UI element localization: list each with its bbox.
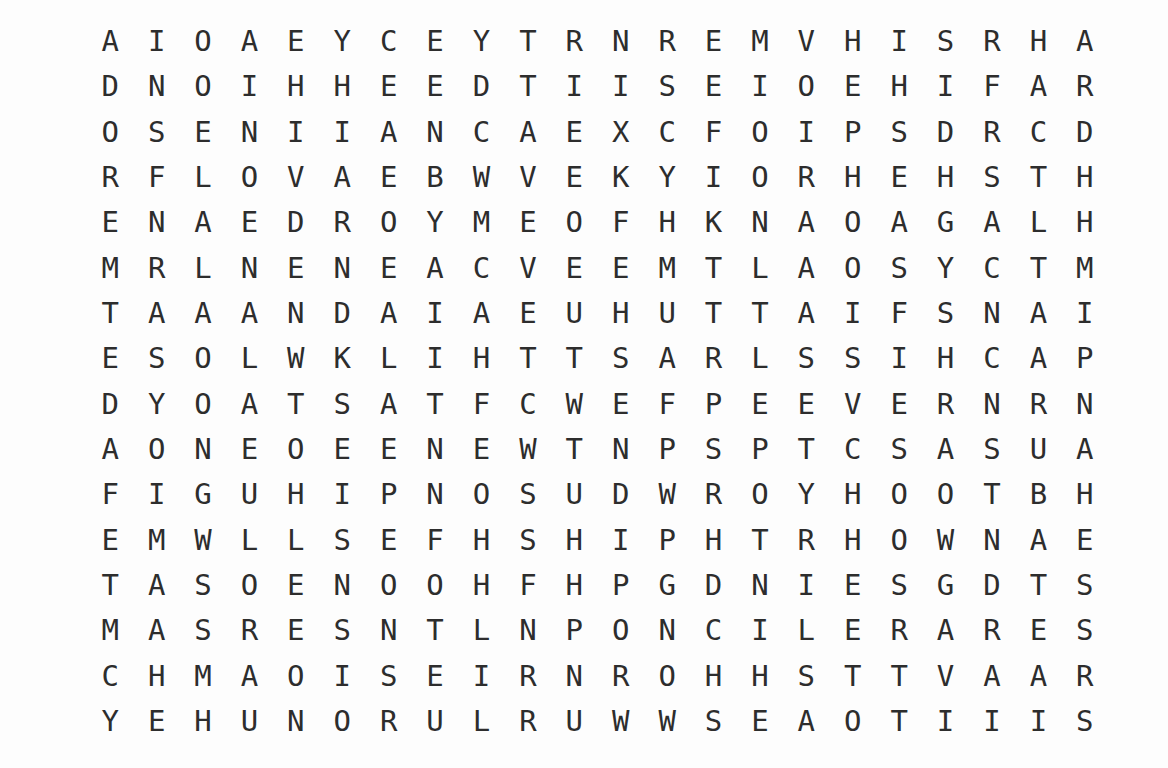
grid-cell-r9c7[interactable]: A xyxy=(365,382,411,427)
grid-cell-r4c18[interactable]: E xyxy=(876,155,922,200)
grid-cell-r8c21[interactable]: A xyxy=(1015,336,1061,381)
grid-cell-r5c12[interactable]: F xyxy=(598,200,644,245)
grid-cell-r15c7[interactable]: S xyxy=(365,653,411,698)
grid-cell-r3c21[interactable]: C xyxy=(1015,110,1061,155)
grid-cell-r1c5[interactable]: E xyxy=(273,19,319,64)
grid-cell-r10c17[interactable]: C xyxy=(830,427,876,472)
grid-cell-r5c22[interactable]: H xyxy=(1062,200,1108,245)
grid-cell-r9c3[interactable]: O xyxy=(180,382,226,427)
grid-cell-r16c12[interactable]: W xyxy=(598,699,644,744)
grid-cell-r15c19[interactable]: V xyxy=(922,653,968,698)
grid-cell-r3c12[interactable]: X xyxy=(598,110,644,155)
grid-cell-r5c5[interactable]: D xyxy=(273,200,319,245)
grid-cell-r4c3[interactable]: L xyxy=(180,155,226,200)
grid-cell-r10c22[interactable]: A xyxy=(1062,427,1108,472)
grid-cell-r2c17[interactable]: E xyxy=(830,64,876,109)
grid-cell-r1c1[interactable]: A xyxy=(87,19,133,64)
grid-cell-r1c8[interactable]: E xyxy=(412,19,458,64)
grid-cell-r7c21[interactable]: A xyxy=(1015,291,1061,336)
grid-cell-r16c9[interactable]: L xyxy=(458,699,504,744)
grid-cell-r5c21[interactable]: L xyxy=(1015,200,1061,245)
grid-cell-r10c10[interactable]: W xyxy=(505,427,551,472)
grid-cell-r8c10[interactable]: T xyxy=(505,336,551,381)
grid-cell-r15c11[interactable]: N xyxy=(551,653,597,698)
grid-cell-r1c11[interactable]: R xyxy=(551,19,597,64)
grid-cell-r3c17[interactable]: P xyxy=(830,110,876,155)
grid-cell-r13c7[interactable]: O xyxy=(365,563,411,608)
grid-cell-r8c16[interactable]: S xyxy=(783,336,829,381)
grid-cell-r11c16[interactable]: Y xyxy=(783,472,829,517)
grid-cell-r12c20[interactable]: N xyxy=(969,517,1015,562)
grid-cell-r9c19[interactable]: R xyxy=(922,382,968,427)
grid-cell-r1c21[interactable]: H xyxy=(1015,19,1061,64)
grid-cell-r6c1[interactable]: M xyxy=(87,246,133,291)
grid-cell-r4c12[interactable]: K xyxy=(598,155,644,200)
grid-cell-r3c7[interactable]: A xyxy=(365,110,411,155)
grid-cell-r12c2[interactable]: M xyxy=(133,517,179,562)
grid-cell-r11c8[interactable]: N xyxy=(412,472,458,517)
grid-cell-r15c8[interactable]: E xyxy=(412,653,458,698)
grid-cell-r16c14[interactable]: S xyxy=(690,699,736,744)
grid-cell-r15c10[interactable]: R xyxy=(505,653,551,698)
grid-cell-r8c8[interactable]: I xyxy=(412,336,458,381)
grid-cell-r3c15[interactable]: O xyxy=(737,110,783,155)
grid-cell-r2c1[interactable]: D xyxy=(87,64,133,109)
grid-cell-r3c16[interactable]: I xyxy=(783,110,829,155)
grid-cell-r7c8[interactable]: I xyxy=(412,291,458,336)
grid-cell-r4c8[interactable]: B xyxy=(412,155,458,200)
grid-cell-r6c22[interactable]: M xyxy=(1062,246,1108,291)
grid-cell-r11c19[interactable]: O xyxy=(922,472,968,517)
grid-cell-r16c5[interactable]: N xyxy=(273,699,319,744)
grid-cell-r16c4[interactable]: U xyxy=(226,699,272,744)
grid-cell-r3c9[interactable]: C xyxy=(458,110,504,155)
grid-cell-r5c7[interactable]: O xyxy=(365,200,411,245)
grid-cell-r1c18[interactable]: I xyxy=(876,19,922,64)
grid-cell-r6c18[interactable]: S xyxy=(876,246,922,291)
grid-cell-r12c3[interactable]: W xyxy=(180,517,226,562)
grid-cell-r9c21[interactable]: R xyxy=(1015,382,1061,427)
grid-cell-r15c2[interactable]: H xyxy=(133,653,179,698)
grid-cell-r10c9[interactable]: E xyxy=(458,427,504,472)
grid-cell-r8c14[interactable]: R xyxy=(690,336,736,381)
grid-cell-r13c2[interactable]: A xyxy=(133,563,179,608)
grid-cell-r14c5[interactable]: E xyxy=(273,608,319,653)
grid-cell-r2c4[interactable]: I xyxy=(226,64,272,109)
grid-cell-r10c1[interactable]: A xyxy=(87,427,133,472)
grid-cell-r14c12[interactable]: O xyxy=(598,608,644,653)
grid-cell-r2c2[interactable]: N xyxy=(133,64,179,109)
grid-cell-r10c14[interactable]: S xyxy=(690,427,736,472)
grid-cell-r3c8[interactable]: N xyxy=(412,110,458,155)
grid-cell-r2c8[interactable]: E xyxy=(412,64,458,109)
grid-cell-r4c10[interactable]: V xyxy=(505,155,551,200)
grid-cell-r4c20[interactable]: S xyxy=(969,155,1015,200)
grid-cell-r12c14[interactable]: H xyxy=(690,517,736,562)
grid-cell-r3c22[interactable]: D xyxy=(1062,110,1108,155)
grid-cell-r15c12[interactable]: R xyxy=(598,653,644,698)
grid-cell-r7c18[interactable]: F xyxy=(876,291,922,336)
grid-cell-r7c12[interactable]: H xyxy=(598,291,644,336)
grid-cell-r13c9[interactable]: H xyxy=(458,563,504,608)
grid-cell-r12c15[interactable]: T xyxy=(737,517,783,562)
grid-cell-r7c13[interactable]: U xyxy=(644,291,690,336)
grid-cell-r16c1[interactable]: Y xyxy=(87,699,133,744)
grid-cell-r1c13[interactable]: R xyxy=(644,19,690,64)
grid-cell-r5c3[interactable]: A xyxy=(180,200,226,245)
grid-cell-r11c13[interactable]: W xyxy=(644,472,690,517)
grid-cell-r4c11[interactable]: E xyxy=(551,155,597,200)
grid-cell-r3c19[interactable]: D xyxy=(922,110,968,155)
grid-cell-r16c19[interactable]: I xyxy=(922,699,968,744)
grid-cell-r9c1[interactable]: D xyxy=(87,382,133,427)
grid-cell-r14c22[interactable]: S xyxy=(1062,608,1108,653)
grid-cell-r6c17[interactable]: O xyxy=(830,246,876,291)
grid-cell-r9c22[interactable]: N xyxy=(1062,382,1108,427)
grid-cell-r3c2[interactable]: S xyxy=(133,110,179,155)
grid-cell-r8c17[interactable]: S xyxy=(830,336,876,381)
grid-cell-r8c2[interactable]: S xyxy=(133,336,179,381)
grid-cell-r15c5[interactable]: O xyxy=(273,653,319,698)
grid-cell-r12c22[interactable]: E xyxy=(1062,517,1108,562)
grid-cell-r5c20[interactable]: A xyxy=(969,200,1015,245)
grid-cell-r10c2[interactable]: O xyxy=(133,427,179,472)
grid-cell-r7c14[interactable]: T xyxy=(690,291,736,336)
grid-cell-r6c16[interactable]: A xyxy=(783,246,829,291)
grid-cell-r8c9[interactable]: H xyxy=(458,336,504,381)
grid-cell-r14c6[interactable]: S xyxy=(319,608,365,653)
grid-cell-r10c20[interactable]: S xyxy=(969,427,1015,472)
grid-cell-r15c1[interactable]: C xyxy=(87,653,133,698)
grid-cell-r6c15[interactable]: L xyxy=(737,246,783,291)
grid-cell-r5c13[interactable]: H xyxy=(644,200,690,245)
grid-cell-r11c3[interactable]: G xyxy=(180,472,226,517)
grid-cell-r2c18[interactable]: H xyxy=(876,64,922,109)
grid-cell-r4c16[interactable]: R xyxy=(783,155,829,200)
grid-cell-r5c8[interactable]: Y xyxy=(412,200,458,245)
grid-cell-r15c9[interactable]: I xyxy=(458,653,504,698)
grid-cell-r9c4[interactable]: A xyxy=(226,382,272,427)
grid-cell-r11c10[interactable]: S xyxy=(505,472,551,517)
grid-cell-r12c6[interactable]: S xyxy=(319,517,365,562)
grid-cell-r11c14[interactable]: R xyxy=(690,472,736,517)
grid-cell-r11c1[interactable]: F xyxy=(87,472,133,517)
grid-cell-r11c11[interactable]: U xyxy=(551,472,597,517)
grid-cell-r14c9[interactable]: L xyxy=(458,608,504,653)
grid-cell-r16c11[interactable]: U xyxy=(551,699,597,744)
grid-cell-r6c20[interactable]: C xyxy=(969,246,1015,291)
grid-cell-r12c13[interactable]: P xyxy=(644,517,690,562)
grid-cell-r8c13[interactable]: A xyxy=(644,336,690,381)
grid-cell-r13c15[interactable]: N xyxy=(737,563,783,608)
grid-cell-r15c3[interactable]: M xyxy=(180,653,226,698)
grid-cell-r16c20[interactable]: I xyxy=(969,699,1015,744)
grid-cell-r2c22[interactable]: R xyxy=(1062,64,1108,109)
grid-cell-r14c11[interactable]: P xyxy=(551,608,597,653)
grid-cell-r9c6[interactable]: S xyxy=(319,382,365,427)
grid-cell-r14c14[interactable]: C xyxy=(690,608,736,653)
grid-cell-r9c2[interactable]: Y xyxy=(133,382,179,427)
grid-cell-r13c16[interactable]: I xyxy=(783,563,829,608)
grid-cell-r11c4[interactable]: U xyxy=(226,472,272,517)
grid-cell-r11c21[interactable]: B xyxy=(1015,472,1061,517)
grid-cell-r5c11[interactable]: O xyxy=(551,200,597,245)
grid-cell-r5c18[interactable]: A xyxy=(876,200,922,245)
grid-cell-r1c2[interactable]: I xyxy=(133,19,179,64)
grid-cell-r5c1[interactable]: E xyxy=(87,200,133,245)
grid-cell-r12c10[interactable]: S xyxy=(505,517,551,562)
grid-cell-r16c10[interactable]: R xyxy=(505,699,551,744)
grid-cell-r13c3[interactable]: S xyxy=(180,563,226,608)
grid-cell-r2c15[interactable]: I xyxy=(737,64,783,109)
grid-cell-r8c1[interactable]: E xyxy=(87,336,133,381)
grid-cell-r13c1[interactable]: T xyxy=(87,563,133,608)
grid-cell-r14c8[interactable]: T xyxy=(412,608,458,653)
grid-cell-r9c17[interactable]: V xyxy=(830,382,876,427)
grid-cell-r3c4[interactable]: N xyxy=(226,110,272,155)
grid-cell-r14c4[interactable]: R xyxy=(226,608,272,653)
grid-cell-r9c13[interactable]: F xyxy=(644,382,690,427)
grid-cell-r5c2[interactable]: N xyxy=(133,200,179,245)
grid-cell-r10c7[interactable]: E xyxy=(365,427,411,472)
grid-cell-r4c19[interactable]: H xyxy=(922,155,968,200)
grid-cell-r8c7[interactable]: L xyxy=(365,336,411,381)
grid-cell-r15c20[interactable]: A xyxy=(969,653,1015,698)
grid-cell-r4c1[interactable]: R xyxy=(87,155,133,200)
grid-cell-r14c16[interactable]: L xyxy=(783,608,829,653)
grid-cell-r11c20[interactable]: T xyxy=(969,472,1015,517)
grid-cell-r13c18[interactable]: S xyxy=(876,563,922,608)
grid-cell-r2c21[interactable]: A xyxy=(1015,64,1061,109)
grid-cell-r3c14[interactable]: F xyxy=(690,110,736,155)
grid-cell-r3c10[interactable]: A xyxy=(505,110,551,155)
grid-cell-r16c3[interactable]: H xyxy=(180,699,226,744)
grid-cell-r1c22[interactable]: A xyxy=(1062,19,1108,64)
grid-cell-r16c15[interactable]: E xyxy=(737,699,783,744)
grid-cell-r2c5[interactable]: H xyxy=(273,64,319,109)
grid-cell-r6c19[interactable]: Y xyxy=(922,246,968,291)
grid-cell-r8c6[interactable]: K xyxy=(319,336,365,381)
grid-cell-r6c13[interactable]: M xyxy=(644,246,690,291)
grid-cell-r9c16[interactable]: E xyxy=(783,382,829,427)
grid-cell-r1c20[interactable]: R xyxy=(969,19,1015,64)
grid-cell-r11c18[interactable]: O xyxy=(876,472,922,517)
grid-cell-r11c2[interactable]: I xyxy=(133,472,179,517)
grid-cell-r4c6[interactable]: A xyxy=(319,155,365,200)
grid-cell-r3c13[interactable]: C xyxy=(644,110,690,155)
grid-cell-r5c9[interactable]: M xyxy=(458,200,504,245)
grid-cell-r13c10[interactable]: F xyxy=(505,563,551,608)
grid-cell-r16c17[interactable]: O xyxy=(830,699,876,744)
grid-cell-r8c19[interactable]: H xyxy=(922,336,968,381)
grid-cell-r4c17[interactable]: H xyxy=(830,155,876,200)
grid-cell-r10c15[interactable]: P xyxy=(737,427,783,472)
grid-cell-r9c5[interactable]: T xyxy=(273,382,319,427)
grid-cell-r10c12[interactable]: N xyxy=(598,427,644,472)
grid-cell-r6c8[interactable]: A xyxy=(412,246,458,291)
grid-cell-r12c12[interactable]: I xyxy=(598,517,644,562)
grid-cell-r1c7[interactable]: C xyxy=(365,19,411,64)
grid-cell-r10c4[interactable]: E xyxy=(226,427,272,472)
grid-cell-r4c7[interactable]: E xyxy=(365,155,411,200)
grid-cell-r6c21[interactable]: T xyxy=(1015,246,1061,291)
grid-cell-r10c16[interactable]: T xyxy=(783,427,829,472)
grid-cell-r12c19[interactable]: W xyxy=(922,517,968,562)
grid-cell-r14c13[interactable]: N xyxy=(644,608,690,653)
grid-cell-r16c2[interactable]: E xyxy=(133,699,179,744)
grid-cell-r2c16[interactable]: O xyxy=(783,64,829,109)
grid-cell-r16c6[interactable]: O xyxy=(319,699,365,744)
grid-cell-r12c8[interactable]: F xyxy=(412,517,458,562)
grid-cell-r4c14[interactable]: I xyxy=(690,155,736,200)
grid-cell-r5c17[interactable]: O xyxy=(830,200,876,245)
grid-cell-r13c5[interactable]: E xyxy=(273,563,319,608)
grid-cell-r6c3[interactable]: L xyxy=(180,246,226,291)
grid-cell-r14c7[interactable]: N xyxy=(365,608,411,653)
grid-cell-r6c14[interactable]: T xyxy=(690,246,736,291)
grid-cell-r10c18[interactable]: S xyxy=(876,427,922,472)
grid-cell-r10c19[interactable]: A xyxy=(922,427,968,472)
grid-cell-r16c13[interactable]: W xyxy=(644,699,690,744)
grid-cell-r14c10[interactable]: N xyxy=(505,608,551,653)
grid-cell-r14c20[interactable]: R xyxy=(969,608,1015,653)
grid-cell-r11c7[interactable]: P xyxy=(365,472,411,517)
grid-cell-r1c6[interactable]: Y xyxy=(319,19,365,64)
grid-cell-r4c9[interactable]: W xyxy=(458,155,504,200)
grid-cell-r5c19[interactable]: G xyxy=(922,200,968,245)
grid-cell-r6c9[interactable]: C xyxy=(458,246,504,291)
grid-cell-r6c11[interactable]: E xyxy=(551,246,597,291)
grid-cell-r15c17[interactable]: T xyxy=(830,653,876,698)
grid-cell-r15c4[interactable]: A xyxy=(226,653,272,698)
grid-cell-r8c11[interactable]: T xyxy=(551,336,597,381)
grid-cell-r15c16[interactable]: S xyxy=(783,653,829,698)
grid-cell-r9c10[interactable]: C xyxy=(505,382,551,427)
grid-cell-r4c21[interactable]: T xyxy=(1015,155,1061,200)
grid-cell-r14c18[interactable]: R xyxy=(876,608,922,653)
grid-cell-r10c13[interactable]: P xyxy=(644,427,690,472)
grid-cell-r9c14[interactable]: P xyxy=(690,382,736,427)
grid-cell-r12c9[interactable]: H xyxy=(458,517,504,562)
grid-cell-r3c5[interactable]: I xyxy=(273,110,319,155)
grid-cell-r3c3[interactable]: E xyxy=(180,110,226,155)
grid-cell-r12c11[interactable]: H xyxy=(551,517,597,562)
grid-cell-r3c18[interactable]: S xyxy=(876,110,922,155)
grid-cell-r1c10[interactable]: T xyxy=(505,19,551,64)
grid-cell-r15c15[interactable]: H xyxy=(737,653,783,698)
grid-cell-r8c20[interactable]: C xyxy=(969,336,1015,381)
grid-cell-r10c11[interactable]: T xyxy=(551,427,597,472)
grid-cell-r16c18[interactable]: T xyxy=(876,699,922,744)
grid-cell-r1c12[interactable]: N xyxy=(598,19,644,64)
grid-cell-r2c9[interactable]: D xyxy=(458,64,504,109)
grid-cell-r11c22[interactable]: H xyxy=(1062,472,1108,517)
grid-cell-r1c16[interactable]: V xyxy=(783,19,829,64)
grid-cell-r6c6[interactable]: N xyxy=(319,246,365,291)
grid-cell-r4c13[interactable]: Y xyxy=(644,155,690,200)
grid-cell-r5c16[interactable]: A xyxy=(783,200,829,245)
grid-cell-r8c22[interactable]: P xyxy=(1062,336,1108,381)
grid-cell-r13c8[interactable]: O xyxy=(412,563,458,608)
grid-cell-r7c22[interactable]: I xyxy=(1062,291,1108,336)
grid-cell-r8c4[interactable]: L xyxy=(226,336,272,381)
grid-cell-r12c16[interactable]: R xyxy=(783,517,829,562)
grid-cell-r3c20[interactable]: R xyxy=(969,110,1015,155)
grid-cell-r14c2[interactable]: A xyxy=(133,608,179,653)
grid-cell-r5c14[interactable]: K xyxy=(690,200,736,245)
grid-cell-r14c3[interactable]: S xyxy=(180,608,226,653)
grid-cell-r4c2[interactable]: F xyxy=(133,155,179,200)
grid-cell-r9c18[interactable]: E xyxy=(876,382,922,427)
grid-cell-r1c15[interactable]: M xyxy=(737,19,783,64)
grid-cell-r8c3[interactable]: O xyxy=(180,336,226,381)
grid-cell-r15c6[interactable]: I xyxy=(319,653,365,698)
grid-cell-r6c10[interactable]: V xyxy=(505,246,551,291)
grid-cell-r8c15[interactable]: L xyxy=(737,336,783,381)
grid-cell-r7c4[interactable]: A xyxy=(226,291,272,336)
grid-cell-r10c6[interactable]: E xyxy=(319,427,365,472)
grid-cell-r7c11[interactable]: U xyxy=(551,291,597,336)
grid-cell-r1c9[interactable]: Y xyxy=(458,19,504,64)
grid-cell-r11c17[interactable]: H xyxy=(830,472,876,517)
grid-cell-r9c12[interactable]: E xyxy=(598,382,644,427)
grid-cell-r15c21[interactable]: A xyxy=(1015,653,1061,698)
grid-cell-r14c15[interactable]: I xyxy=(737,608,783,653)
grid-cell-r11c9[interactable]: O xyxy=(458,472,504,517)
grid-cell-r11c5[interactable]: H xyxy=(273,472,319,517)
grid-cell-r15c22[interactable]: R xyxy=(1062,653,1108,698)
grid-cell-r3c6[interactable]: I xyxy=(319,110,365,155)
grid-cell-r7c1[interactable]: T xyxy=(87,291,133,336)
grid-cell-r1c19[interactable]: S xyxy=(922,19,968,64)
grid-cell-r2c6[interactable]: H xyxy=(319,64,365,109)
grid-cell-r7c20[interactable]: N xyxy=(969,291,1015,336)
grid-cell-r5c10[interactable]: E xyxy=(505,200,551,245)
grid-cell-r15c13[interactable]: O xyxy=(644,653,690,698)
grid-cell-r14c17[interactable]: E xyxy=(830,608,876,653)
grid-cell-r5c15[interactable]: N xyxy=(737,200,783,245)
grid-cell-r7c10[interactable]: E xyxy=(505,291,551,336)
grid-cell-r7c19[interactable]: S xyxy=(922,291,968,336)
grid-cell-r12c1[interactable]: E xyxy=(87,517,133,562)
grid-cell-r7c9[interactable]: A xyxy=(458,291,504,336)
grid-cell-r7c3[interactable]: A xyxy=(180,291,226,336)
grid-cell-r12c5[interactable]: L xyxy=(273,517,319,562)
grid-cell-r8c5[interactable]: W xyxy=(273,336,319,381)
grid-cell-r7c5[interactable]: N xyxy=(273,291,319,336)
grid-cell-r16c21[interactable]: I xyxy=(1015,699,1061,744)
grid-cell-r14c1[interactable]: M xyxy=(87,608,133,653)
grid-cell-r13c22[interactable]: S xyxy=(1062,563,1108,608)
grid-cell-r1c4[interactable]: A xyxy=(226,19,272,64)
grid-cell-r6c2[interactable]: R xyxy=(133,246,179,291)
grid-cell-r10c5[interactable]: O xyxy=(273,427,319,472)
grid-cell-r5c6[interactable]: R xyxy=(319,200,365,245)
grid-cell-r9c8[interactable]: T xyxy=(412,382,458,427)
grid-cell-r6c12[interactable]: E xyxy=(598,246,644,291)
grid-cell-r7c2[interactable]: A xyxy=(133,291,179,336)
grid-cell-r2c13[interactable]: S xyxy=(644,64,690,109)
grid-cell-r6c7[interactable]: E xyxy=(365,246,411,291)
grid-cell-r13c12[interactable]: P xyxy=(598,563,644,608)
grid-cell-r13c13[interactable]: G xyxy=(644,563,690,608)
grid-cell-r9c20[interactable]: N xyxy=(969,382,1015,427)
grid-cell-r4c15[interactable]: O xyxy=(737,155,783,200)
grid-cell-r11c6[interactable]: I xyxy=(319,472,365,517)
grid-cell-r9c11[interactable]: W xyxy=(551,382,597,427)
grid-cell-r8c12[interactable]: S xyxy=(598,336,644,381)
grid-cell-r16c8[interactable]: U xyxy=(412,699,458,744)
